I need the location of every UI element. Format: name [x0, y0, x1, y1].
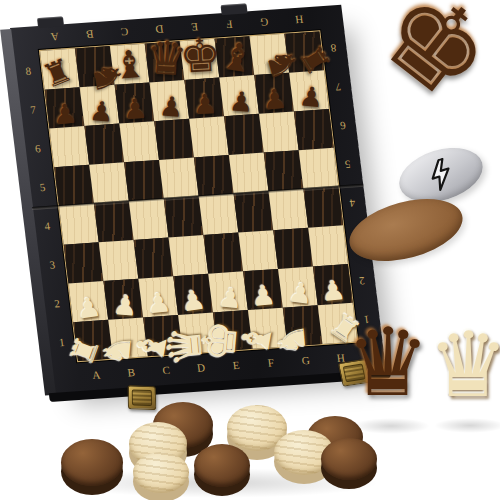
brass-clasp-left — [128, 385, 157, 410]
dark-checker-disc — [194, 444, 250, 487]
square-e4 — [199, 194, 239, 235]
white-pawn-f2: ♟ — [251, 281, 277, 310]
square-h5 — [299, 148, 339, 189]
square-a4 — [59, 204, 99, 245]
square-f3 — [238, 230, 278, 271]
square-f2: ♟ — [243, 269, 283, 310]
square-b5 — [89, 162, 129, 203]
square-h4 — [303, 186, 343, 227]
square-c5 — [124, 160, 164, 201]
coordinate-label: 5 — [28, 166, 57, 206]
dark-checker-disc — [321, 438, 377, 480]
coordinate-label: 8 — [14, 50, 43, 90]
black-pawn-f7: ♟ — [229, 87, 255, 116]
square-d4 — [164, 196, 204, 237]
light-queen-shadow — [434, 418, 500, 433]
disc-top — [61, 439, 123, 486]
white-knight-g1: ♞ — [273, 322, 312, 357]
white-pawn-h2: ♟ — [320, 276, 347, 305]
square-b3 — [99, 240, 139, 281]
coordinate-label: A — [36, 24, 74, 50]
square-g3 — [273, 228, 313, 269]
square-c6 — [119, 121, 159, 162]
black-pawn-g7: ♟ — [262, 85, 288, 114]
disc-top — [321, 438, 377, 480]
square-b4 — [94, 201, 134, 242]
square-h6 — [294, 109, 334, 150]
disc-top — [194, 444, 250, 487]
coordinate-label: 7 — [19, 89, 48, 129]
black-pawn-d7: ♟ — [159, 92, 185, 121]
showcase-dark-queen: ♛ — [346, 316, 430, 410]
fallen-dark-king-piece: ♚ — [359, 0, 500, 122]
white-pawn-c2: ♟ — [146, 288, 173, 317]
square-g5 — [264, 150, 304, 191]
dark-queen-shadow — [352, 418, 430, 434]
square-c3 — [134, 237, 174, 278]
square-a3 — [64, 242, 104, 283]
dark-checker-disc — [61, 439, 123, 486]
square-e6 — [189, 116, 229, 157]
square-f6 — [224, 114, 264, 155]
square-h2: ♟ — [313, 264, 353, 305]
square-e5 — [194, 155, 234, 196]
coordinate-label: B — [71, 21, 109, 47]
black-rook-a8: ♜ — [38, 53, 77, 93]
square-d3 — [169, 235, 209, 276]
white-pawn-b2: ♟ — [113, 291, 139, 320]
square-c2: ♟ — [138, 276, 178, 317]
square-e7: ♟ — [184, 78, 224, 119]
product-photo-chess-set: ABCDEFGH ABCDEFGH 87654321 87654321 ♜♞♝♛… — [0, 0, 500, 500]
black-pawn-h7: ♟ — [298, 82, 325, 111]
square-e8: ♚ — [180, 39, 220, 80]
square-e3 — [203, 233, 243, 274]
square-h3 — [308, 225, 348, 266]
black-king-e8: ♚ — [178, 32, 222, 80]
square-g6 — [259, 111, 299, 152]
coordinate-label: G — [245, 9, 283, 35]
square-b2: ♟ — [103, 279, 143, 320]
light-checker-disc — [133, 452, 189, 493]
square-f8: ♝ — [215, 36, 255, 77]
white-pawn-d2: ♟ — [179, 285, 207, 315]
square-f5 — [229, 153, 269, 194]
square-d6 — [154, 119, 194, 160]
black-pawn-a7: ♟ — [52, 99, 78, 128]
square-c4 — [129, 199, 169, 240]
black-pawn-e7: ♟ — [193, 90, 219, 118]
square-d5 — [159, 157, 199, 198]
square-g2: ♟ — [278, 266, 318, 307]
coordinate-label: H — [280, 7, 318, 33]
square-f7: ♟ — [219, 75, 259, 116]
square-g4 — [269, 189, 309, 230]
chess-board: ABCDEFGH ABCDEFGH 87654321 87654321 ♜♞♝♛… — [10, 5, 386, 394]
square-b6 — [84, 124, 124, 165]
square-a5 — [54, 165, 94, 206]
coordinate-label: 4 — [33, 205, 62, 245]
square-a6 — [50, 126, 90, 167]
lightning-bolt-icon — [424, 156, 458, 194]
white-pawn-g2: ♟ — [287, 278, 314, 308]
coordinate-label: 3 — [38, 244, 67, 284]
black-bishop-f8: ♝ — [218, 36, 258, 79]
showcase-light-queen: ♛ — [428, 320, 500, 410]
square-d2: ♟ — [173, 274, 213, 315]
square-e2: ♟ — [208, 271, 248, 312]
square-f4 — [234, 191, 274, 232]
square-a8: ♜ — [40, 49, 80, 90]
black-pawn-c7: ♟ — [123, 95, 149, 124]
square-a2: ♟ — [69, 281, 109, 322]
black-pawn-b7: ♟ — [89, 97, 115, 126]
white-pawn-a2: ♟ — [75, 293, 103, 323]
coordinate-label: 6 — [23, 128, 52, 168]
disc-top — [133, 452, 189, 493]
coordinate-label: 2 — [42, 283, 71, 323]
square-b8: ♞ — [75, 46, 115, 87]
white-pawn-e2: ♟ — [217, 283, 244, 312]
black-bishop-c8: ♝ — [111, 44, 148, 85]
square-c8: ♝ — [110, 44, 150, 85]
square-g1: ♞ — [283, 305, 323, 346]
